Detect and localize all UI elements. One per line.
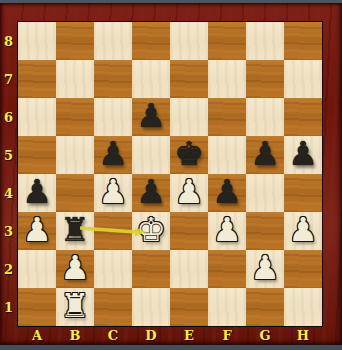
square-f8[interactable] (208, 22, 246, 60)
file-label-B: B (56, 327, 94, 344)
square-d3[interactable]: ♚ (132, 212, 170, 250)
piece-white-pawn[interactable]: ♟ (208, 212, 246, 250)
square-g3[interactable] (246, 212, 284, 250)
file-label-C: C (94, 327, 132, 344)
square-b1[interactable]: ♜ (56, 288, 94, 326)
square-d1[interactable] (132, 288, 170, 326)
board: ♟♟♚♟♟♟♟♟♟♟♟♜♚♟♟♟♟♜ (18, 22, 322, 326)
file-label-H: H (284, 327, 322, 344)
square-d4[interactable]: ♟ (132, 174, 170, 212)
rank-label-6: 6 (0, 98, 17, 136)
file-label-F: F (208, 327, 246, 344)
square-d8[interactable] (132, 22, 170, 60)
square-c7[interactable] (94, 60, 132, 98)
square-g5[interactable]: ♟ (246, 136, 284, 174)
square-g8[interactable] (246, 22, 284, 60)
window-bottom-edge (0, 345, 342, 350)
chess-app-window: 87654321 ABCDEFGH ♟♟♚♟♟♟♟♟♟♟♟♜♚♟♟♟♟♜ (0, 0, 342, 350)
square-a5[interactable] (18, 136, 56, 174)
square-f1[interactable] (208, 288, 246, 326)
board-frame: 87654321 ABCDEFGH ♟♟♚♟♟♟♟♟♟♟♟♜♚♟♟♟♟♜ (0, 3, 342, 345)
square-b2[interactable]: ♟ (56, 250, 94, 288)
square-c8[interactable] (94, 22, 132, 60)
square-g6[interactable] (246, 98, 284, 136)
square-h5[interactable]: ♟ (284, 136, 322, 174)
square-e5[interactable]: ♚ (170, 136, 208, 174)
square-b8[interactable] (56, 22, 94, 60)
board-outline: ♟♟♚♟♟♟♟♟♟♟♟♜♚♟♟♟♟♜ (17, 21, 323, 327)
square-f7[interactable] (208, 60, 246, 98)
square-b6[interactable] (56, 98, 94, 136)
square-b5[interactable] (56, 136, 94, 174)
square-e7[interactable] (170, 60, 208, 98)
square-b4[interactable] (56, 174, 94, 212)
square-d6[interactable]: ♟ (132, 98, 170, 136)
square-e3[interactable] (170, 212, 208, 250)
rank-label-1: 1 (0, 288, 17, 326)
square-b7[interactable] (56, 60, 94, 98)
square-f5[interactable] (208, 136, 246, 174)
piece-black-king[interactable]: ♚ (170, 136, 208, 174)
square-e8[interactable] (170, 22, 208, 60)
piece-white-pawn[interactable]: ♟ (246, 250, 284, 288)
piece-black-pawn[interactable]: ♟ (132, 174, 170, 212)
square-g1[interactable] (246, 288, 284, 326)
rank-label-2: 2 (0, 250, 17, 288)
file-label-A: A (18, 327, 56, 344)
square-b3[interactable]: ♜ (56, 212, 94, 250)
piece-white-pawn[interactable]: ♟ (94, 174, 132, 212)
piece-black-pawn[interactable]: ♟ (246, 136, 284, 174)
square-h3[interactable]: ♟ (284, 212, 322, 250)
square-e1[interactable] (170, 288, 208, 326)
piece-black-rook[interactable]: ♜ (56, 212, 94, 250)
square-d7[interactable] (132, 60, 170, 98)
piece-white-pawn[interactable]: ♟ (18, 212, 56, 250)
square-e6[interactable] (170, 98, 208, 136)
square-e4[interactable]: ♟ (170, 174, 208, 212)
piece-white-rook[interactable]: ♜ (56, 288, 94, 326)
square-a1[interactable] (18, 288, 56, 326)
square-a7[interactable] (18, 60, 56, 98)
square-c1[interactable] (94, 288, 132, 326)
square-c4[interactable]: ♟ (94, 174, 132, 212)
rank-label-5: 5 (0, 136, 17, 174)
square-f2[interactable] (208, 250, 246, 288)
square-d2[interactable] (132, 250, 170, 288)
square-h2[interactable] (284, 250, 322, 288)
piece-white-king[interactable]: ♚ (132, 212, 170, 250)
square-d5[interactable] (132, 136, 170, 174)
square-a6[interactable] (18, 98, 56, 136)
piece-white-pawn[interactable]: ♟ (170, 174, 208, 212)
piece-black-pawn[interactable]: ♟ (94, 136, 132, 174)
square-h8[interactable] (284, 22, 322, 60)
square-f3[interactable]: ♟ (208, 212, 246, 250)
square-c2[interactable] (94, 250, 132, 288)
piece-black-pawn[interactable]: ♟ (284, 136, 322, 174)
piece-black-pawn[interactable]: ♟ (132, 98, 170, 136)
piece-black-pawn[interactable]: ♟ (208, 174, 246, 212)
square-e2[interactable] (170, 250, 208, 288)
square-a4[interactable]: ♟ (18, 174, 56, 212)
square-h1[interactable] (284, 288, 322, 326)
square-c3[interactable] (94, 212, 132, 250)
square-h4[interactable] (284, 174, 322, 212)
square-c5[interactable]: ♟ (94, 136, 132, 174)
square-c6[interactable] (94, 98, 132, 136)
rank-label-3: 3 (0, 212, 17, 250)
square-g2[interactable]: ♟ (246, 250, 284, 288)
square-h7[interactable] (284, 60, 322, 98)
rank-label-7: 7 (0, 60, 17, 98)
piece-white-pawn[interactable]: ♟ (284, 212, 322, 250)
square-a2[interactable] (18, 250, 56, 288)
rank-label-4: 4 (0, 174, 17, 212)
square-h6[interactable] (284, 98, 322, 136)
square-a8[interactable] (18, 22, 56, 60)
piece-white-pawn[interactable]: ♟ (56, 250, 94, 288)
piece-black-pawn[interactable]: ♟ (18, 174, 56, 212)
square-g4[interactable] (246, 174, 284, 212)
rank-label-8: 8 (0, 22, 17, 60)
square-f6[interactable] (208, 98, 246, 136)
square-a3[interactable]: ♟ (18, 212, 56, 250)
file-label-E: E (170, 327, 208, 344)
square-g7[interactable] (246, 60, 284, 98)
file-label-G: G (246, 327, 284, 344)
square-f4[interactable]: ♟ (208, 174, 246, 212)
file-label-D: D (132, 327, 170, 344)
